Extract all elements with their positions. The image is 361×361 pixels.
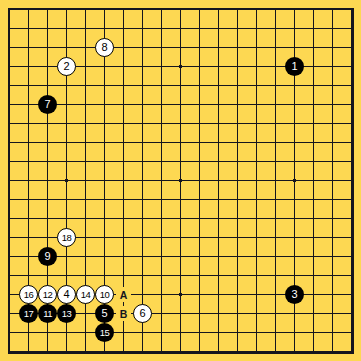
black-stone-5[interactable]: 5 — [95, 304, 114, 323]
hoshi-point — [293, 179, 296, 182]
black-stone-11[interactable]: 11 — [38, 304, 57, 323]
hoshi-point — [179, 65, 182, 68]
white-stone-6[interactable]: 6 — [133, 304, 152, 323]
move-number: 10 — [100, 290, 109, 300]
black-stone-15[interactable]: 15 — [95, 323, 114, 342]
move-number: 7 — [44, 99, 50, 110]
move-number: 8 — [101, 42, 107, 53]
black-stone-9[interactable]: 9 — [38, 247, 57, 266]
move-number: 16 — [24, 290, 33, 300]
white-stone-16[interactable]: 16 — [19, 285, 38, 304]
move-number: 4 — [63, 289, 69, 300]
black-stone-17[interactable]: 17 — [19, 304, 38, 323]
move-number: 18 — [62, 233, 71, 243]
move-number: 11 — [43, 309, 52, 319]
go-diagram: AB123456789101112131415161718 — [0, 0, 361, 361]
go-board[interactable]: AB123456789101112131415161718 — [0, 0, 361, 361]
hoshi-point — [179, 179, 182, 182]
move-number: 6 — [139, 308, 145, 319]
white-stone-14[interactable]: 14 — [76, 285, 95, 304]
move-number: 15 — [100, 328, 109, 338]
white-stone-8[interactable]: 8 — [95, 38, 114, 57]
point-label-a[interactable]: A — [116, 287, 131, 302]
white-stone-2[interactable]: 2 — [57, 57, 76, 76]
white-stone-10[interactable]: 10 — [95, 285, 114, 304]
move-number: 13 — [62, 309, 71, 319]
black-stone-3[interactable]: 3 — [285, 285, 304, 304]
white-stone-12[interactable]: 12 — [38, 285, 57, 304]
point-label-text: A — [120, 289, 128, 301]
move-number: 9 — [44, 251, 50, 262]
point-label-b[interactable]: B — [116, 306, 131, 321]
white-stone-18[interactable]: 18 — [57, 228, 76, 247]
move-number: 17 — [24, 309, 33, 319]
move-number: 2 — [63, 61, 69, 72]
point-label-text: B — [120, 308, 128, 320]
move-number: 5 — [101, 308, 107, 319]
hoshi-point — [179, 293, 182, 296]
move-number: 1 — [291, 61, 297, 72]
black-stone-13[interactable]: 13 — [57, 304, 76, 323]
move-number: 14 — [81, 290, 90, 300]
move-number: 12 — [43, 290, 52, 300]
hoshi-point — [65, 179, 68, 182]
white-stone-4[interactable]: 4 — [57, 285, 76, 304]
black-stone-1[interactable]: 1 — [285, 57, 304, 76]
black-stone-7[interactable]: 7 — [38, 95, 57, 114]
move-number: 3 — [291, 289, 297, 300]
